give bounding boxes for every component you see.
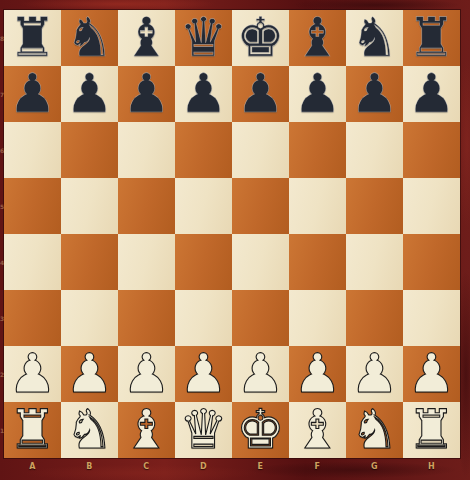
rank-labels: 87654321 bbox=[0, 10, 4, 458]
piece-black-pawn: ♟ bbox=[407, 67, 455, 121]
square-c2[interactable]: ♟ bbox=[118, 346, 175, 402]
square-f8[interactable]: ♝ bbox=[289, 10, 346, 66]
piece-black-knight: ♞ bbox=[350, 11, 398, 65]
square-f3[interactable] bbox=[289, 290, 346, 346]
square-c5[interactable] bbox=[118, 178, 175, 234]
square-c3[interactable] bbox=[118, 290, 175, 346]
piece-white-pawn: ♟ bbox=[8, 347, 56, 401]
square-c8[interactable]: ♝ bbox=[118, 10, 175, 66]
square-f6[interactable] bbox=[289, 122, 346, 178]
square-d3[interactable] bbox=[175, 290, 232, 346]
square-c6[interactable] bbox=[118, 122, 175, 178]
piece-black-queen: ♛ bbox=[179, 11, 227, 65]
square-e1[interactable]: ♚ bbox=[232, 402, 289, 458]
square-g1[interactable]: ♞ bbox=[346, 402, 403, 458]
file-label-h: H bbox=[403, 458, 460, 480]
piece-black-bishop: ♝ bbox=[293, 11, 341, 65]
piece-white-pawn: ♟ bbox=[179, 347, 227, 401]
file-label-b: B bbox=[61, 458, 118, 480]
square-a5[interactable] bbox=[4, 178, 61, 234]
piece-white-king: ♚ bbox=[236, 403, 284, 457]
square-a7[interactable]: ♟ bbox=[4, 66, 61, 122]
square-b4[interactable] bbox=[61, 234, 118, 290]
file-label-d: D bbox=[175, 458, 232, 480]
piece-white-pawn: ♟ bbox=[293, 347, 341, 401]
rank-label-3: 3 bbox=[0, 290, 4, 346]
square-g3[interactable] bbox=[346, 290, 403, 346]
square-c7[interactable]: ♟ bbox=[118, 66, 175, 122]
square-b2[interactable]: ♟ bbox=[61, 346, 118, 402]
square-a6[interactable] bbox=[4, 122, 61, 178]
board-frame: ♜♞♝♛♚♝♞♜♟♟♟♟♟♟♟♟♟♟♟♟♟♟♟♟♜♞♝♛♚♝♞♜ 8765432… bbox=[0, 0, 470, 480]
square-a1[interactable]: ♜ bbox=[4, 402, 61, 458]
rank-label-1: 1 bbox=[0, 402, 4, 458]
square-g4[interactable] bbox=[346, 234, 403, 290]
square-g5[interactable] bbox=[346, 178, 403, 234]
square-d1[interactable]: ♛ bbox=[175, 402, 232, 458]
piece-black-pawn: ♟ bbox=[122, 67, 170, 121]
square-g6[interactable] bbox=[346, 122, 403, 178]
piece-black-king: ♚ bbox=[236, 11, 284, 65]
rank-label-7: 7 bbox=[0, 66, 4, 122]
piece-white-pawn: ♟ bbox=[407, 347, 455, 401]
square-b3[interactable] bbox=[61, 290, 118, 346]
square-h2[interactable]: ♟ bbox=[403, 346, 460, 402]
rank-label-4: 4 bbox=[0, 234, 4, 290]
square-d8[interactable]: ♛ bbox=[175, 10, 232, 66]
square-d5[interactable] bbox=[175, 178, 232, 234]
square-d6[interactable] bbox=[175, 122, 232, 178]
square-g2[interactable]: ♟ bbox=[346, 346, 403, 402]
square-f4[interactable] bbox=[289, 234, 346, 290]
square-b8[interactable]: ♞ bbox=[61, 10, 118, 66]
piece-black-pawn: ♟ bbox=[65, 67, 113, 121]
square-g8[interactable]: ♞ bbox=[346, 10, 403, 66]
square-f7[interactable]: ♟ bbox=[289, 66, 346, 122]
piece-black-pawn: ♟ bbox=[179, 67, 227, 121]
square-f1[interactable]: ♝ bbox=[289, 402, 346, 458]
piece-white-knight: ♞ bbox=[65, 403, 113, 457]
square-h6[interactable] bbox=[403, 122, 460, 178]
piece-white-knight: ♞ bbox=[350, 403, 398, 457]
square-f5[interactable] bbox=[289, 178, 346, 234]
rank-label-6: 6 bbox=[0, 122, 4, 178]
piece-white-pawn: ♟ bbox=[122, 347, 170, 401]
square-a2[interactable]: ♟ bbox=[4, 346, 61, 402]
square-h5[interactable] bbox=[403, 178, 460, 234]
file-label-a: A bbox=[4, 458, 61, 480]
chess-board: ♜♞♝♛♚♝♞♜♟♟♟♟♟♟♟♟♟♟♟♟♟♟♟♟♜♞♝♛♚♝♞♜ bbox=[4, 10, 460, 458]
piece-black-pawn: ♟ bbox=[236, 67, 284, 121]
rank-label-5: 5 bbox=[0, 178, 4, 234]
file-label-g: G bbox=[346, 458, 403, 480]
square-d7[interactable]: ♟ bbox=[175, 66, 232, 122]
square-e8[interactable]: ♚ bbox=[232, 10, 289, 66]
square-h8[interactable]: ♜ bbox=[403, 10, 460, 66]
square-h7[interactable]: ♟ bbox=[403, 66, 460, 122]
square-f2[interactable]: ♟ bbox=[289, 346, 346, 402]
square-e4[interactable] bbox=[232, 234, 289, 290]
file-label-f: F bbox=[289, 458, 346, 480]
square-b1[interactable]: ♞ bbox=[61, 402, 118, 458]
piece-black-pawn: ♟ bbox=[293, 67, 341, 121]
piece-black-knight: ♞ bbox=[65, 11, 113, 65]
square-e3[interactable] bbox=[232, 290, 289, 346]
piece-white-bishop: ♝ bbox=[293, 403, 341, 457]
square-h4[interactable] bbox=[403, 234, 460, 290]
square-d2[interactable]: ♟ bbox=[175, 346, 232, 402]
piece-white-rook: ♜ bbox=[407, 403, 455, 457]
square-b7[interactable]: ♟ bbox=[61, 66, 118, 122]
piece-black-pawn: ♟ bbox=[8, 67, 56, 121]
file-label-c: C bbox=[118, 458, 175, 480]
piece-black-pawn: ♟ bbox=[350, 67, 398, 121]
square-e6[interactable] bbox=[232, 122, 289, 178]
piece-white-pawn: ♟ bbox=[65, 347, 113, 401]
file-label-e: E bbox=[232, 458, 289, 480]
rank-label-2: 2 bbox=[0, 346, 4, 402]
square-e5[interactable] bbox=[232, 178, 289, 234]
piece-white-bishop: ♝ bbox=[122, 403, 170, 457]
rank-label-8: 8 bbox=[0, 10, 4, 66]
piece-white-queen: ♛ bbox=[179, 403, 227, 457]
square-e2[interactable]: ♟ bbox=[232, 346, 289, 402]
square-e7[interactable]: ♟ bbox=[232, 66, 289, 122]
piece-black-rook: ♜ bbox=[8, 11, 56, 65]
square-d4[interactable] bbox=[175, 234, 232, 290]
square-g7[interactable]: ♟ bbox=[346, 66, 403, 122]
square-b5[interactable] bbox=[61, 178, 118, 234]
square-h1[interactable]: ♜ bbox=[403, 402, 460, 458]
piece-black-rook: ♜ bbox=[407, 11, 455, 65]
square-c1[interactable]: ♝ bbox=[118, 402, 175, 458]
square-a3[interactable] bbox=[4, 290, 61, 346]
square-a8[interactable]: ♜ bbox=[4, 10, 61, 66]
square-c4[interactable] bbox=[118, 234, 175, 290]
file-labels: ABCDEFGH bbox=[4, 458, 460, 480]
piece-white-pawn: ♟ bbox=[236, 347, 284, 401]
square-b6[interactable] bbox=[61, 122, 118, 178]
square-h3[interactable] bbox=[403, 290, 460, 346]
piece-black-bishop: ♝ bbox=[122, 11, 170, 65]
piece-white-rook: ♜ bbox=[8, 403, 56, 457]
piece-white-pawn: ♟ bbox=[350, 347, 398, 401]
square-a4[interactable] bbox=[4, 234, 61, 290]
